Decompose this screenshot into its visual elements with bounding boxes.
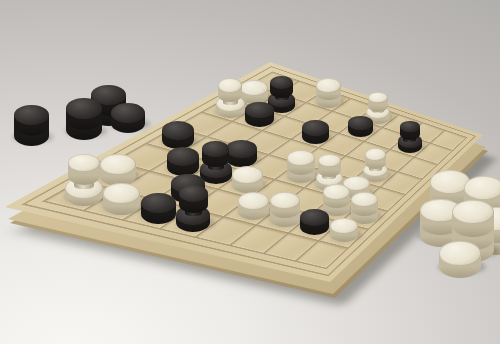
- piece-segment: [365, 148, 386, 160]
- piece-segment: [103, 183, 139, 204]
- piece-segment: [348, 116, 373, 130]
- piece-segment: [240, 80, 268, 96]
- piece-segment: [232, 166, 263, 184]
- piece-segment: [316, 78, 341, 93]
- piece-segment: [302, 120, 329, 135]
- piece-segment: [68, 154, 100, 172]
- piece-segment: [226, 140, 256, 157]
- piece-segment: [400, 121, 420, 133]
- piece-segment: [100, 154, 136, 175]
- piece-segment: [141, 193, 176, 213]
- piece-segment: [14, 105, 49, 125]
- piece-segment: [218, 78, 242, 92]
- piece-segment: [179, 185, 207, 202]
- piece-segment: [167, 147, 200, 166]
- piece-segment: [464, 176, 500, 199]
- piece-segment: [245, 102, 273, 118]
- piece-segment: [66, 98, 102, 119]
- piece-segment: [323, 184, 351, 200]
- piece-segment: [111, 103, 145, 123]
- piece-segment: [439, 241, 481, 265]
- piece-segment: [330, 218, 358, 234]
- photo-scene: [0, 0, 500, 344]
- piece-segment: [162, 121, 194, 140]
- piece-segment: [202, 141, 229, 156]
